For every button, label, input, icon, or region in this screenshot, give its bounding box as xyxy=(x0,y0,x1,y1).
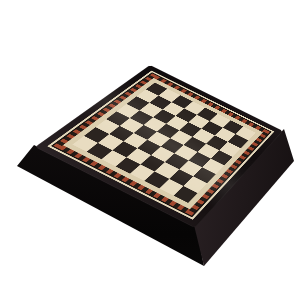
product-photo xyxy=(0,0,300,300)
